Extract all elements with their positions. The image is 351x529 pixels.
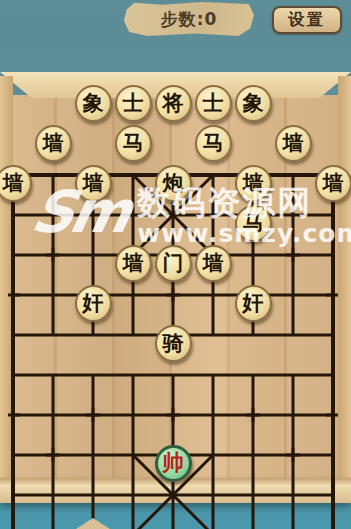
piece-general[interactable]: 将 xyxy=(155,85,192,122)
piece-cannon[interactable]: 炮 xyxy=(155,165,192,202)
piece-wall[interactable]: 墙 xyxy=(195,245,232,282)
game-screen: 步数 : 0 设置 Sm 数码资 xyxy=(0,0,351,529)
piece-wall[interactable]: 墙 xyxy=(0,165,32,202)
piece-elephant[interactable]: 象 xyxy=(75,85,112,122)
piece-elephant[interactable]: 象 xyxy=(235,85,272,122)
piece-rider[interactable]: 骑 xyxy=(155,325,192,362)
steps-label: 步数 xyxy=(161,8,197,31)
steps-separator: : xyxy=(197,9,205,29)
piece-wall[interactable]: 墙 xyxy=(275,125,312,162)
piece-wall[interactable]: 墙 xyxy=(315,165,351,202)
piece-horse[interactable]: 马 xyxy=(235,205,272,242)
settings-button-label: 设置 xyxy=(288,10,326,31)
piece-marshal[interactable]: 帅 xyxy=(155,445,192,482)
piece-gate[interactable]: 门 xyxy=(155,245,192,282)
piece-horse[interactable]: 马 xyxy=(115,125,152,162)
piece-wall[interactable]: 墙 xyxy=(115,245,152,282)
piece-wall[interactable]: 墙 xyxy=(35,125,72,162)
piece-traitor[interactable]: 奸 xyxy=(235,285,272,322)
piece-wall[interactable]: 墙 xyxy=(235,165,272,202)
piece-horse[interactable]: 马 xyxy=(195,125,232,162)
piece-traitor[interactable]: 奸 xyxy=(75,285,112,322)
piece-advisor[interactable]: 士 xyxy=(115,85,152,122)
piece-wall[interactable]: 墙 xyxy=(75,165,112,202)
settings-button[interactable]: 设置 xyxy=(272,6,342,34)
board-frame-right xyxy=(338,76,351,478)
steps-banner: 步数 : 0 xyxy=(124,2,254,36)
piece-advisor[interactable]: 士 xyxy=(195,85,232,122)
steps-value: 0 xyxy=(204,9,217,29)
